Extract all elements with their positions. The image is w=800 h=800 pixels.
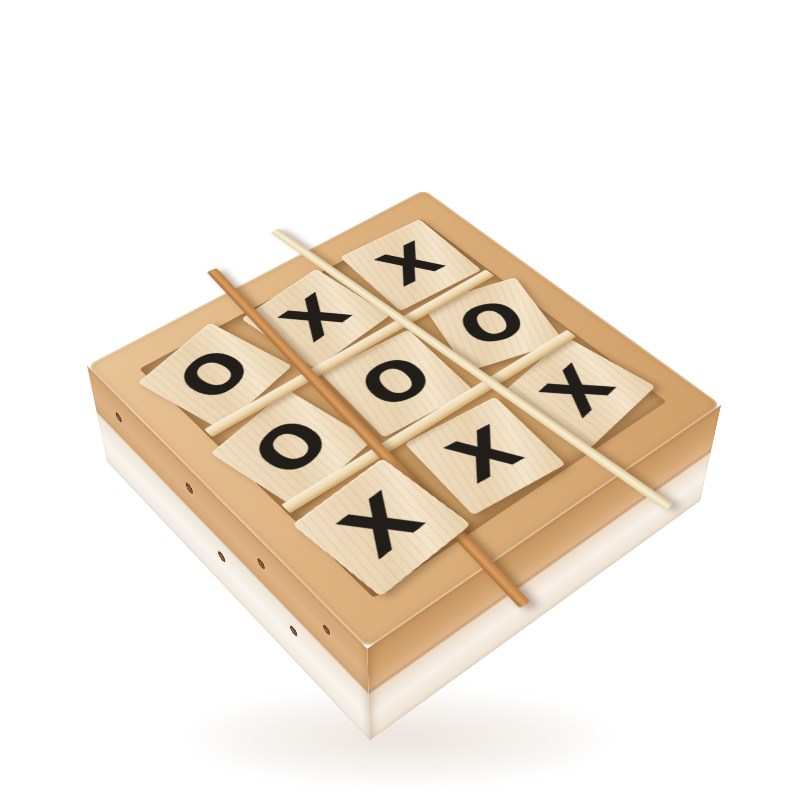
tile-x[interactable]: X <box>292 458 470 596</box>
dowel-hole <box>290 624 298 638</box>
tile-o[interactable]: O <box>211 390 373 509</box>
tile-symbol: O <box>345 344 449 421</box>
board-top-tray: O X X <box>87 190 721 649</box>
product-photo-scene: O X X <box>0 0 800 800</box>
tile-symbol: X <box>432 414 537 496</box>
dowel-hole <box>323 623 330 637</box>
cell-r2-c0[interactable]: X <box>288 450 479 598</box>
perspective-stage: O X X <box>0 0 800 800</box>
cell-r2-c1[interactable]: X <box>392 390 577 527</box>
tile-symbol: O <box>446 289 540 358</box>
dowel-hole <box>218 549 226 564</box>
tile-symbol: O <box>236 407 349 488</box>
dowel-hole <box>257 556 265 571</box>
tictactoe-box: O X X <box>87 190 721 649</box>
tile-x[interactable]: X <box>404 396 565 515</box>
tile-symbol: X <box>365 233 457 296</box>
tile-symbol: O <box>161 339 269 412</box>
cell-r1-c0[interactable]: O <box>210 380 392 514</box>
dowel-hole <box>185 481 193 496</box>
tile-symbol: X <box>323 479 442 571</box>
dowel-hole <box>115 411 122 425</box>
tile-symbol: X <box>525 355 631 428</box>
